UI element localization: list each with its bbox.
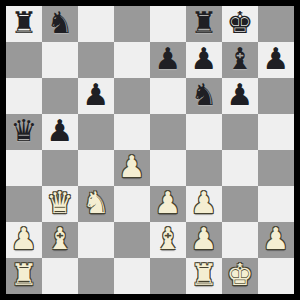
square-a6[interactable]	[6, 78, 42, 114]
white-pawn[interactable]: ♟	[119, 150, 146, 185]
square-c5[interactable]	[78, 114, 114, 150]
square-e5[interactable]	[150, 114, 186, 150]
black-pawn[interactable]: ♟	[155, 42, 182, 77]
square-b7[interactable]	[42, 42, 78, 78]
square-a5[interactable]: ♛	[6, 114, 42, 150]
board-frame: ♜♞♜♚♟♟♝♟♟♞♟♛♟♟♛♞♟♟♟♝♝♟♟♜♜♚	[0, 0, 300, 300]
square-g7[interactable]: ♝	[222, 42, 258, 78]
square-e6[interactable]	[150, 78, 186, 114]
square-g8[interactable]: ♚	[222, 6, 258, 42]
white-king[interactable]: ♚	[227, 258, 254, 293]
black-bishop[interactable]: ♝	[227, 42, 254, 77]
square-g4[interactable]	[222, 150, 258, 186]
white-pawn[interactable]: ♟	[155, 186, 182, 221]
square-a2[interactable]: ♟	[6, 222, 42, 258]
white-pawn[interactable]: ♟	[263, 222, 290, 257]
square-h2[interactable]: ♟	[258, 222, 294, 258]
white-pawn[interactable]: ♟	[191, 186, 218, 221]
black-pawn[interactable]: ♟	[263, 42, 290, 77]
square-g6[interactable]: ♟	[222, 78, 258, 114]
square-g3[interactable]	[222, 186, 258, 222]
square-d4[interactable]: ♟	[114, 150, 150, 186]
black-pawn[interactable]: ♟	[227, 78, 254, 113]
black-king[interactable]: ♚	[227, 6, 254, 41]
square-b6[interactable]	[42, 78, 78, 114]
square-h6[interactable]	[258, 78, 294, 114]
white-knight[interactable]: ♞	[83, 186, 110, 221]
square-a4[interactable]	[6, 150, 42, 186]
square-d7[interactable]	[114, 42, 150, 78]
black-knight[interactable]: ♞	[191, 78, 218, 113]
black-pawn[interactable]: ♟	[47, 114, 74, 149]
black-rook[interactable]: ♜	[11, 6, 38, 41]
square-b4[interactable]	[42, 150, 78, 186]
square-h5[interactable]	[258, 114, 294, 150]
square-h3[interactable]	[258, 186, 294, 222]
square-d2[interactable]	[114, 222, 150, 258]
square-g2[interactable]	[222, 222, 258, 258]
square-c1[interactable]	[78, 258, 114, 294]
square-f7[interactable]: ♟	[186, 42, 222, 78]
black-pawn[interactable]: ♟	[83, 78, 110, 113]
square-c4[interactable]	[78, 150, 114, 186]
black-queen[interactable]: ♛	[11, 114, 38, 149]
square-g5[interactable]	[222, 114, 258, 150]
square-c2[interactable]	[78, 222, 114, 258]
square-d1[interactable]	[114, 258, 150, 294]
square-e4[interactable]	[150, 150, 186, 186]
square-f4[interactable]	[186, 150, 222, 186]
black-rook[interactable]: ♜	[191, 6, 218, 41]
square-d8[interactable]	[114, 6, 150, 42]
square-a7[interactable]	[6, 42, 42, 78]
white-pawn[interactable]: ♟	[11, 222, 38, 257]
chess-board: ♜♞♜♚♟♟♝♟♟♞♟♛♟♟♛♞♟♟♟♝♝♟♟♜♜♚	[6, 6, 294, 294]
square-e1[interactable]	[150, 258, 186, 294]
square-f8[interactable]: ♜	[186, 6, 222, 42]
black-pawn[interactable]: ♟	[191, 42, 218, 77]
square-h4[interactable]	[258, 150, 294, 186]
square-d3[interactable]	[114, 186, 150, 222]
square-a3[interactable]	[6, 186, 42, 222]
white-bishop[interactable]: ♝	[47, 222, 74, 257]
square-a1[interactable]: ♜	[6, 258, 42, 294]
white-rook[interactable]: ♜	[191, 258, 218, 293]
square-a8[interactable]: ♜	[6, 6, 42, 42]
square-f3[interactable]: ♟	[186, 186, 222, 222]
square-c8[interactable]	[78, 6, 114, 42]
black-knight[interactable]: ♞	[47, 6, 74, 41]
square-c6[interactable]: ♟	[78, 78, 114, 114]
square-f6[interactable]: ♞	[186, 78, 222, 114]
square-c7[interactable]	[78, 42, 114, 78]
square-c3[interactable]: ♞	[78, 186, 114, 222]
square-d5[interactable]	[114, 114, 150, 150]
white-queen[interactable]: ♛	[47, 186, 74, 221]
square-e3[interactable]: ♟	[150, 186, 186, 222]
square-b2[interactable]: ♝	[42, 222, 78, 258]
square-e7[interactable]: ♟	[150, 42, 186, 78]
square-h8[interactable]	[258, 6, 294, 42]
square-f5[interactable]	[186, 114, 222, 150]
square-b5[interactable]: ♟	[42, 114, 78, 150]
square-b1[interactable]	[42, 258, 78, 294]
square-f2[interactable]: ♟	[186, 222, 222, 258]
square-h1[interactable]	[258, 258, 294, 294]
square-e2[interactable]: ♝	[150, 222, 186, 258]
white-bishop[interactable]: ♝	[155, 222, 182, 257]
square-g1[interactable]: ♚	[222, 258, 258, 294]
square-f1[interactable]: ♜	[186, 258, 222, 294]
square-b3[interactable]: ♛	[42, 186, 78, 222]
white-rook[interactable]: ♜	[11, 258, 38, 293]
square-d6[interactable]	[114, 78, 150, 114]
square-h7[interactable]: ♟	[258, 42, 294, 78]
square-b8[interactable]: ♞	[42, 6, 78, 42]
square-e8[interactable]	[150, 6, 186, 42]
white-pawn[interactable]: ♟	[191, 222, 218, 257]
